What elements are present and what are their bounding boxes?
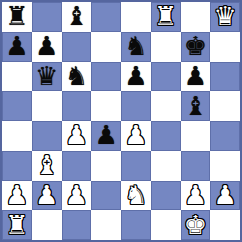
square-h4[interactable] [210, 121, 240, 151]
square-h3[interactable] [210, 151, 240, 181]
black-pawn[interactable]: ♟ [94, 121, 117, 150]
square-d8[interactable] [91, 2, 121, 32]
square-f7[interactable] [151, 32, 181, 62]
square-e8[interactable] [121, 2, 151, 32]
square-b4[interactable] [32, 121, 62, 151]
square-b7[interactable]: ♟ [32, 32, 62, 62]
square-d7[interactable] [91, 32, 121, 62]
square-h2[interactable]: ♟ [210, 181, 240, 211]
square-d5[interactable] [91, 91, 121, 121]
black-queen[interactable]: ♛ [35, 62, 58, 91]
square-g1[interactable]: ♚ [181, 210, 211, 240]
white-queen[interactable]: ♛ [213, 2, 236, 31]
white-rook[interactable]: ♜ [154, 2, 177, 31]
square-e4[interactable]: ♟ [121, 121, 151, 151]
square-a8[interactable]: ♜ [2, 2, 32, 32]
white-knight[interactable]: ♞ [124, 181, 147, 210]
white-pawn[interactable]: ♟ [35, 181, 58, 210]
square-a5[interactable] [2, 91, 32, 121]
square-a7[interactable]: ♟ [2, 32, 32, 62]
square-a6[interactable] [2, 62, 32, 92]
white-king[interactable]: ♚ [184, 211, 207, 240]
square-g7[interactable]: ♚ [181, 32, 211, 62]
white-pawn[interactable]: ♟ [213, 181, 236, 210]
black-king[interactable]: ♚ [184, 32, 207, 61]
square-e2[interactable]: ♞ [121, 181, 151, 211]
square-a1[interactable]: ♜ [2, 210, 32, 240]
black-knight[interactable]: ♞ [65, 62, 88, 91]
square-c8[interactable]: ♝ [62, 2, 92, 32]
square-c6[interactable]: ♞ [62, 62, 92, 92]
square-d3[interactable] [91, 151, 121, 181]
chess-board: ♜♝♜♛♟♟♞♚♛♞♟♟♝♟♟♟♝♟♟♟♞♟♟♜♚ [0, 0, 242, 242]
square-h6[interactable] [210, 62, 240, 92]
square-f4[interactable] [151, 121, 181, 151]
square-c1[interactable] [62, 210, 92, 240]
square-b3[interactable]: ♝ [32, 151, 62, 181]
black-rook[interactable]: ♜ [5, 2, 28, 31]
square-f1[interactable] [151, 210, 181, 240]
square-d4[interactable]: ♟ [91, 121, 121, 151]
black-bishop[interactable]: ♝ [184, 92, 207, 121]
square-h1[interactable] [210, 210, 240, 240]
black-pawn[interactable]: ♟ [124, 62, 147, 91]
square-h7[interactable] [210, 32, 240, 62]
square-f2[interactable] [151, 181, 181, 211]
square-g6[interactable]: ♟ [181, 62, 211, 92]
square-g5[interactable]: ♝ [181, 91, 211, 121]
black-knight[interactable]: ♞ [124, 32, 147, 61]
square-e1[interactable] [121, 210, 151, 240]
square-a4[interactable] [2, 121, 32, 151]
chess-board-grid: ♜♝♜♛♟♟♞♚♛♞♟♟♝♟♟♟♝♟♟♟♞♟♟♜♚ [2, 2, 240, 240]
black-pawn[interactable]: ♟ [5, 32, 28, 61]
square-e5[interactable] [121, 91, 151, 121]
white-pawn[interactable]: ♟ [124, 121, 147, 150]
square-d6[interactable] [91, 62, 121, 92]
square-b6[interactable]: ♛ [32, 62, 62, 92]
square-c7[interactable] [62, 32, 92, 62]
white-pawn[interactable]: ♟ [5, 181, 28, 210]
black-bishop[interactable]: ♝ [65, 2, 88, 31]
square-b2[interactable]: ♟ [32, 181, 62, 211]
square-f3[interactable] [151, 151, 181, 181]
square-a3[interactable] [2, 151, 32, 181]
white-rook[interactable]: ♜ [5, 211, 28, 240]
square-d1[interactable] [91, 210, 121, 240]
square-c5[interactable] [62, 91, 92, 121]
square-b5[interactable] [32, 91, 62, 121]
black-pawn[interactable]: ♟ [35, 32, 58, 61]
square-a2[interactable]: ♟ [2, 181, 32, 211]
white-bishop[interactable]: ♝ [35, 151, 58, 180]
square-h8[interactable]: ♛ [210, 2, 240, 32]
square-f6[interactable] [151, 62, 181, 92]
square-c4[interactable]: ♟ [62, 121, 92, 151]
square-c2[interactable]: ♟ [62, 181, 92, 211]
square-e7[interactable]: ♞ [121, 32, 151, 62]
black-pawn[interactable]: ♟ [184, 62, 207, 91]
square-b1[interactable] [32, 210, 62, 240]
square-h5[interactable] [210, 91, 240, 121]
square-e3[interactable] [121, 151, 151, 181]
white-pawn[interactable]: ♟ [65, 121, 88, 150]
square-g8[interactable] [181, 2, 211, 32]
square-g3[interactable] [181, 151, 211, 181]
square-g4[interactable] [181, 121, 211, 151]
square-g2[interactable]: ♟ [181, 181, 211, 211]
square-f8[interactable]: ♜ [151, 2, 181, 32]
square-b8[interactable] [32, 2, 62, 32]
white-pawn[interactable]: ♟ [65, 181, 88, 210]
square-c3[interactable] [62, 151, 92, 181]
white-pawn[interactable]: ♟ [184, 181, 207, 210]
square-d2[interactable] [91, 181, 121, 211]
square-e6[interactable]: ♟ [121, 62, 151, 92]
square-f5[interactable] [151, 91, 181, 121]
